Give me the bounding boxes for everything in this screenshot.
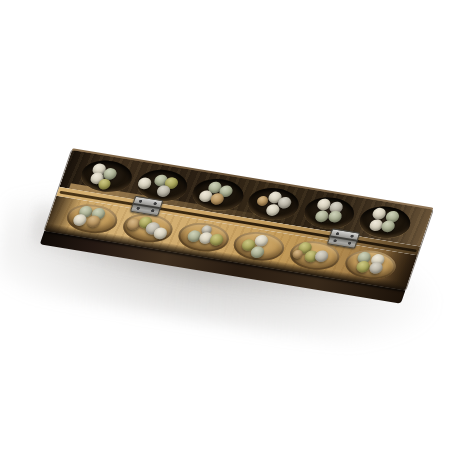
seed-cream: [264, 203, 281, 217]
pit-top-5[interactable]: [300, 194, 359, 232]
photo-stage: [0, 0, 458, 458]
seed-gray: [368, 261, 385, 275]
pit-bottom-1[interactable]: [63, 201, 121, 237]
pit-bottom-4[interactable]: [230, 228, 288, 264]
pit-top-1[interactable]: [77, 157, 136, 195]
pit-bottom-2[interactable]: [119, 210, 177, 246]
seed-cream: [71, 213, 88, 227]
pit-bottom-3[interactable]: [174, 219, 232, 255]
seed-sage: [380, 220, 397, 234]
seed-gray: [155, 184, 172, 198]
pit-top-4[interactable]: [244, 185, 303, 223]
pit-bottom-6[interactable]: [341, 247, 399, 283]
pit-top-6[interactable]: [355, 203, 414, 241]
seed-tan: [291, 249, 304, 259]
pit-top-3[interactable]: [188, 175, 247, 213]
mancala-board: [72, 150, 444, 242]
seed-olive: [96, 178, 111, 190]
seed-cream: [136, 176, 153, 190]
seed-sage: [327, 210, 344, 224]
seed-cream: [253, 234, 270, 248]
